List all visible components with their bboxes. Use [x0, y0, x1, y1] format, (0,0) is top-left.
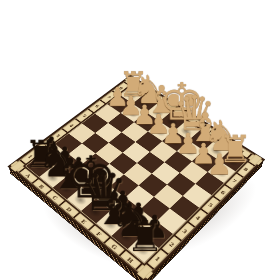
square-h7[interactable]: ♟ — [208, 161, 236, 183]
piece-black-rook-h1[interactable]: ♜ — [126, 215, 148, 257]
corner-plaque — [10, 161, 25, 172]
board-top-face: ABCDEFGH ABCDEFGH 87654321 87654321 ♜♞♝♚… — [9, 75, 265, 280]
chess-scene: ABCDEFGH ABCDEFGH 87654321 87654321 ♜♞♝♚… — [0, 0, 280, 280]
product-photo-stage: ABCDEFGH ABCDEFGH 87654321 87654321 ♜♞♝♚… — [0, 0, 280, 280]
corner-plaque — [10, 161, 24, 172]
piece-white-pawn-h7[interactable]: ♟ — [207, 150, 227, 179]
board-grid: ♜♞♝♚♛♝♞♜♟♟♟♟♟♟♟♟♟♟♟♟♟♟♟♟♜♞♝♚♛♝♞♜ — [26, 86, 246, 262]
square-h1[interactable]: ♜ — [128, 235, 159, 263]
square-e5[interactable] — [137, 152, 165, 174]
chess-board[interactable]: ABCDEFGH ABCDEFGH 87654321 87654321 ♜♞♝♚… — [9, 75, 265, 280]
